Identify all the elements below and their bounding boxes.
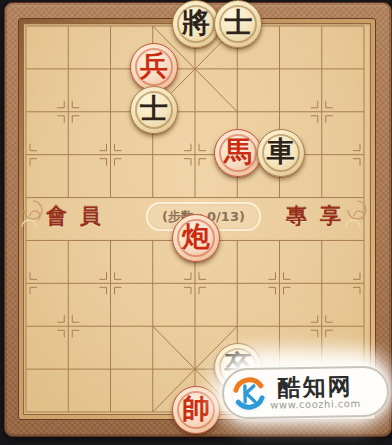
watermark: 酷知网 www.coozhi.com <box>222 366 390 420</box>
piece-character: 士 <box>224 9 252 37</box>
black-advisor-left-piece[interactable]: 士 <box>130 86 178 134</box>
watermark-site-url: www.coozhi.com <box>270 399 361 411</box>
black-general-piece[interactable]: 將 <box>172 0 220 48</box>
piece-character: 馬 <box>224 138 252 166</box>
coozhi-logo-icon <box>230 374 269 413</box>
river-left-label: 會員 <box>46 206 114 227</box>
piece-character: 士 <box>140 95 168 123</box>
river-right-label: 專享 <box>286 206 354 227</box>
black-chariot-piece[interactable]: 車 <box>257 129 305 177</box>
red-soldier-piece[interactable]: 兵 <box>130 43 178 91</box>
piece-character: 炮 <box>182 223 210 251</box>
red-horse-piece[interactable]: 馬 <box>214 129 262 177</box>
screenshot-stage: 會員 (步数：0/13) 專享 將士兵士馬車炮卒帥 酷知网 www.coozhi… <box>0 0 392 445</box>
black-advisor-right-piece[interactable]: 士 <box>214 0 262 48</box>
piece-character: 帥 <box>182 395 210 423</box>
watermark-site-name: 酷知网 <box>277 375 352 400</box>
watermark-texts: 酷知网 www.coozhi.com <box>270 374 361 410</box>
piece-character: 將 <box>182 9 210 37</box>
piece-character: 兵 <box>140 52 168 80</box>
piece-character: 車 <box>267 138 295 166</box>
